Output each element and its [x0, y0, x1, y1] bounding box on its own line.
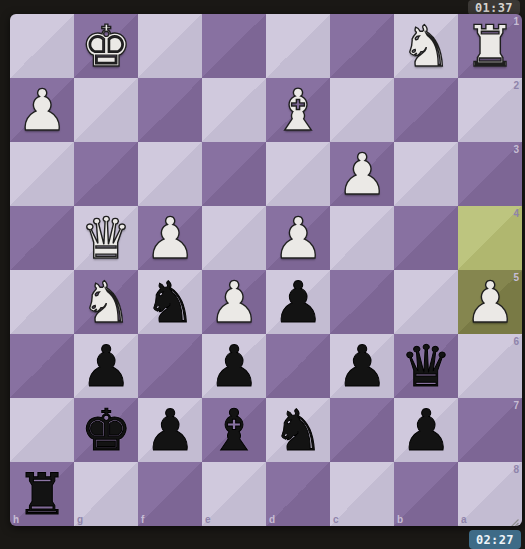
square-e1[interactable] [202, 14, 266, 78]
square-g4[interactable]: ♛ [74, 206, 138, 270]
square-a7[interactable]: 7 [458, 398, 522, 462]
square-c6[interactable]: ♟ [330, 334, 394, 398]
square-h2[interactable]: ♟ [10, 78, 74, 142]
square-c7[interactable] [330, 398, 394, 462]
black-clock-time: 02:27 [476, 533, 514, 547]
white-pawn[interactable]: ♟ [202, 270, 266, 334]
square-d6[interactable] [266, 334, 330, 398]
file-label-d: d [269, 514, 275, 525]
square-e7[interactable]: ♝ [202, 398, 266, 462]
rank-label-8: 8 [513, 464, 519, 475]
square-f8[interactable]: f [138, 462, 202, 526]
square-d2[interactable]: ♝ [266, 78, 330, 142]
square-b8[interactable]: b [394, 462, 458, 526]
black-pawn[interactable]: ♟ [266, 270, 330, 334]
white-bishop[interactable]: ♝ [266, 78, 330, 142]
black-pawn[interactable]: ♟ [330, 334, 394, 398]
file-label-a: a [461, 514, 467, 525]
square-g2[interactable] [74, 78, 138, 142]
white-queen[interactable]: ♛ [74, 206, 138, 270]
square-d5[interactable]: ♟ [266, 270, 330, 334]
square-e5[interactable]: ♟ [202, 270, 266, 334]
square-a6[interactable]: 6 [458, 334, 522, 398]
square-c2[interactable] [330, 78, 394, 142]
square-d8[interactable]: d [266, 462, 330, 526]
white-knight[interactable]: ♞ [74, 270, 138, 334]
black-pawn[interactable]: ♟ [202, 334, 266, 398]
square-g7[interactable]: ♚ [74, 398, 138, 462]
chess-board: ♚♞♜1♟♝2♟3♛♟♟4♞♞♟♟♟5♟♟♟♛6♚♟♝♞♟7♜hgfedcb8a [10, 14, 522, 526]
square-d4[interactable]: ♟ [266, 206, 330, 270]
square-g1[interactable]: ♚ [74, 14, 138, 78]
black-pawn[interactable]: ♟ [138, 398, 202, 462]
rank-label-4: 4 [513, 208, 519, 219]
square-h4[interactable] [10, 206, 74, 270]
square-e6[interactable]: ♟ [202, 334, 266, 398]
file-label-g: g [77, 514, 83, 525]
square-h7[interactable] [10, 398, 74, 462]
board-resize-handle-icon[interactable] [510, 514, 520, 524]
square-f3[interactable] [138, 142, 202, 206]
square-b5[interactable] [394, 270, 458, 334]
square-a5[interactable]: ♟5 [458, 270, 522, 334]
white-king[interactable]: ♚ [74, 14, 138, 78]
white-pawn[interactable]: ♟ [10, 78, 74, 142]
square-f5[interactable]: ♞ [138, 270, 202, 334]
square-f7[interactable]: ♟ [138, 398, 202, 462]
square-a1[interactable]: ♜1 [458, 14, 522, 78]
square-b7[interactable]: ♟ [394, 398, 458, 462]
square-a2[interactable]: 2 [458, 78, 522, 142]
white-knight[interactable]: ♞ [394, 14, 458, 78]
rank-label-2: 2 [513, 80, 519, 91]
square-f4[interactable]: ♟ [138, 206, 202, 270]
square-d1[interactable] [266, 14, 330, 78]
square-g3[interactable] [74, 142, 138, 206]
square-f6[interactable] [138, 334, 202, 398]
square-a4[interactable]: 4 [458, 206, 522, 270]
square-h6[interactable] [10, 334, 74, 398]
square-c1[interactable] [330, 14, 394, 78]
rank-label-3: 3 [513, 144, 519, 155]
square-f1[interactable] [138, 14, 202, 78]
rank-label-7: 7 [513, 400, 519, 411]
black-clock: 02:27 [469, 530, 521, 549]
square-g8[interactable]: g [74, 462, 138, 526]
square-h3[interactable] [10, 142, 74, 206]
square-b2[interactable] [394, 78, 458, 142]
square-b3[interactable] [394, 142, 458, 206]
white-pawn[interactable]: ♟ [330, 142, 394, 206]
black-pawn[interactable]: ♟ [394, 398, 458, 462]
white-pawn[interactable]: ♟ [138, 206, 202, 270]
square-h8[interactable]: ♜h [10, 462, 74, 526]
square-c4[interactable] [330, 206, 394, 270]
square-h1[interactable] [10, 14, 74, 78]
black-pawn[interactable]: ♟ [74, 334, 138, 398]
square-c8[interactable]: c [330, 462, 394, 526]
square-g6[interactable]: ♟ [74, 334, 138, 398]
square-e2[interactable] [202, 78, 266, 142]
black-king[interactable]: ♚ [74, 398, 138, 462]
square-e4[interactable] [202, 206, 266, 270]
file-label-e: e [205, 514, 211, 525]
white-clock-time: 01:37 [475, 1, 513, 15]
white-pawn[interactable]: ♟ [458, 270, 522, 334]
square-b6[interactable]: ♛ [394, 334, 458, 398]
square-c5[interactable] [330, 270, 394, 334]
square-f2[interactable] [138, 78, 202, 142]
black-rook[interactable]: ♜ [10, 462, 74, 526]
white-rook[interactable]: ♜ [458, 14, 522, 78]
rank-label-6: 6 [513, 336, 519, 347]
square-e3[interactable] [202, 142, 266, 206]
square-e8[interactable]: e [202, 462, 266, 526]
file-label-b: b [397, 514, 403, 525]
square-c3[interactable]: ♟ [330, 142, 394, 206]
square-b4[interactable] [394, 206, 458, 270]
black-knight[interactable]: ♞ [266, 398, 330, 462]
white-pawn[interactable]: ♟ [266, 206, 330, 270]
square-b1[interactable]: ♞ [394, 14, 458, 78]
black-queen[interactable]: ♛ [394, 334, 458, 398]
square-h5[interactable] [10, 270, 74, 334]
square-d7[interactable]: ♞ [266, 398, 330, 462]
black-knight[interactable]: ♞ [138, 270, 202, 334]
square-g5[interactable]: ♞ [74, 270, 138, 334]
file-label-c: c [333, 514, 339, 525]
square-a3[interactable]: 3 [458, 142, 522, 206]
black-bishop[interactable]: ♝ [202, 398, 266, 462]
square-d3[interactable] [266, 142, 330, 206]
white-clock: 01:37 [468, 0, 520, 15]
file-label-f: f [141, 514, 144, 525]
